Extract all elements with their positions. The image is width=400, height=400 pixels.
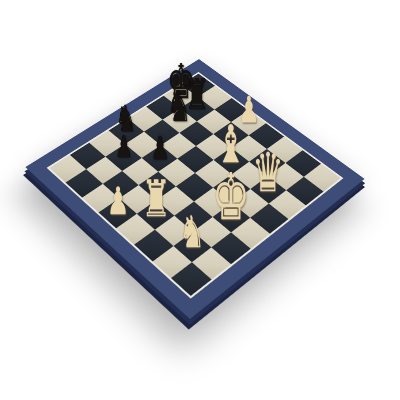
board-inner-frame <box>47 72 344 299</box>
chess-board-3d-wrapper <box>25 59 364 319</box>
board-grid <box>49 74 340 296</box>
chess-set-photo: ♚♜♞♟♞♟♟♝♛♟♜♚♞ <box>0 0 400 400</box>
chess-board <box>25 59 364 319</box>
